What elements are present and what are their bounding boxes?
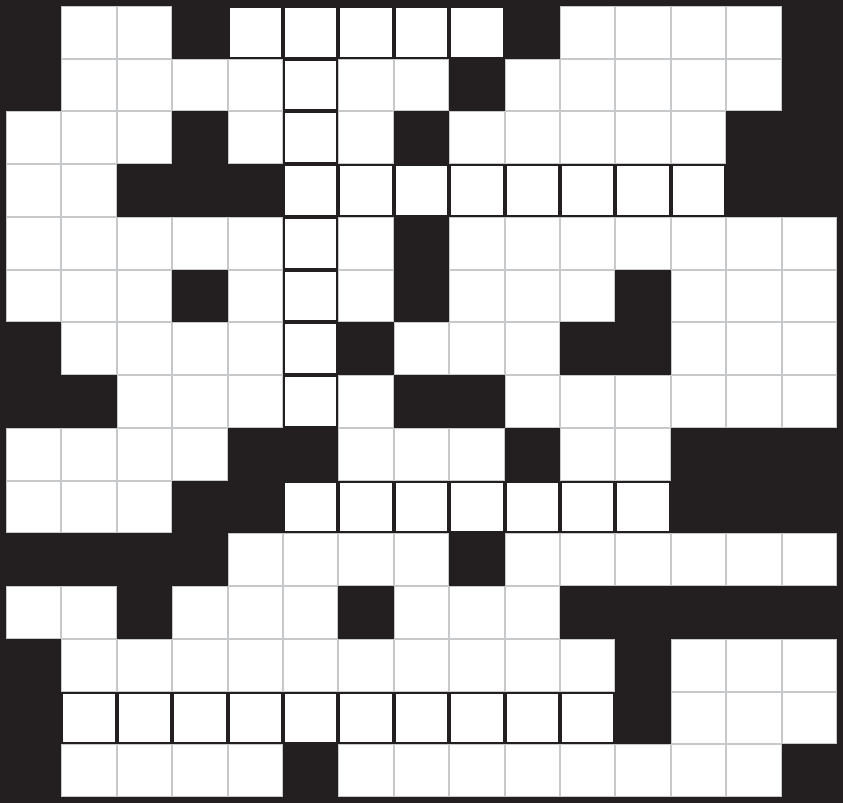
white-cell-r4c12[interactable] bbox=[615, 164, 670, 217]
white-cell-r9c1[interactable] bbox=[6, 428, 61, 481]
white-cell-r2c10[interactable] bbox=[505, 59, 560, 112]
white-cell-r11c11[interactable] bbox=[560, 533, 615, 586]
white-cell-r4c10[interactable] bbox=[505, 164, 560, 217]
white-cell-r3c10[interactable] bbox=[505, 111, 560, 164]
white-cell-r12c10[interactable] bbox=[505, 586, 560, 639]
white-cell-r7c13[interactable] bbox=[671, 322, 726, 375]
white-cell-r8c15[interactable] bbox=[782, 375, 837, 428]
black-cell-r4c3 bbox=[117, 164, 172, 217]
black-cell-r7c1 bbox=[6, 322, 61, 375]
black-cell-r3c14 bbox=[726, 111, 781, 164]
white-cell-r8c5[interactable] bbox=[228, 375, 283, 428]
black-cell-r9c10 bbox=[505, 428, 560, 481]
white-cell-r3c5[interactable] bbox=[228, 111, 283, 164]
white-cell-r9c3[interactable] bbox=[117, 428, 172, 481]
black-cell-r4c15 bbox=[782, 164, 837, 217]
white-cell-r7c9[interactable] bbox=[449, 322, 504, 375]
white-cell-r6c11[interactable] bbox=[560, 270, 615, 323]
white-cell-r13c8[interactable] bbox=[394, 639, 449, 692]
white-cell-r13c13[interactable] bbox=[671, 639, 726, 692]
black-cell-r3c15 bbox=[782, 111, 837, 164]
white-cell-r5c14[interactable] bbox=[726, 217, 781, 270]
white-cell-r5c7[interactable] bbox=[338, 217, 393, 270]
white-cell-r4c1[interactable] bbox=[6, 164, 61, 217]
black-cell-r14c12 bbox=[615, 692, 670, 745]
white-cell-r12c9[interactable] bbox=[449, 586, 504, 639]
white-cell-r11c5[interactable] bbox=[228, 533, 283, 586]
white-cell-r8c11[interactable] bbox=[560, 375, 615, 428]
white-cell-r14c2[interactable] bbox=[61, 692, 116, 745]
white-cell-r1c11[interactable] bbox=[560, 6, 615, 59]
white-cell-r8c3[interactable] bbox=[117, 375, 172, 428]
black-cell-r8c8 bbox=[394, 375, 449, 428]
white-cell-r11c6[interactable] bbox=[283, 533, 338, 586]
white-cell-r1c2[interactable] bbox=[61, 6, 116, 59]
white-cell-r6c14[interactable] bbox=[726, 270, 781, 323]
white-cell-r10c12[interactable] bbox=[615, 481, 670, 534]
white-cell-r9c12[interactable] bbox=[615, 428, 670, 481]
white-cell-r5c10[interactable] bbox=[505, 217, 560, 270]
white-cell-r8c14[interactable] bbox=[726, 375, 781, 428]
white-cell-r3c6[interactable] bbox=[283, 111, 338, 164]
white-cell-r14c5[interactable] bbox=[228, 692, 283, 745]
white-cell-r6c6[interactable] bbox=[283, 270, 338, 323]
white-cell-r7c2[interactable] bbox=[61, 322, 116, 375]
white-cell-r10c11[interactable] bbox=[560, 481, 615, 534]
white-cell-r15c12[interactable] bbox=[615, 744, 670, 797]
white-cell-r1c9[interactable] bbox=[449, 6, 504, 59]
white-cell-r14c15[interactable] bbox=[782, 692, 837, 745]
white-cell-r1c3[interactable] bbox=[117, 6, 172, 59]
white-cell-r14c13[interactable] bbox=[671, 692, 726, 745]
white-cell-r3c1[interactable] bbox=[6, 111, 61, 164]
white-cell-r2c11[interactable] bbox=[560, 59, 615, 112]
white-cell-r14c3[interactable] bbox=[117, 692, 172, 745]
black-cell-r10c5 bbox=[228, 481, 283, 534]
white-cell-r11c7[interactable] bbox=[338, 533, 393, 586]
white-cell-r13c3[interactable] bbox=[117, 639, 172, 692]
white-cell-r6c3[interactable] bbox=[117, 270, 172, 323]
white-cell-r15c11[interactable] bbox=[560, 744, 615, 797]
white-cell-r12c8[interactable] bbox=[394, 586, 449, 639]
white-cell-r15c3[interactable] bbox=[117, 744, 172, 797]
white-cell-r6c1[interactable] bbox=[6, 270, 61, 323]
white-cell-r9c8[interactable] bbox=[394, 428, 449, 481]
white-cell-r6c15[interactable] bbox=[782, 270, 837, 323]
white-cell-r15c9[interactable] bbox=[449, 744, 504, 797]
white-cell-r3c9[interactable] bbox=[449, 111, 504, 164]
white-cell-r4c11[interactable] bbox=[560, 164, 615, 217]
white-cell-r15c4[interactable] bbox=[172, 744, 227, 797]
white-cell-r5c5[interactable] bbox=[228, 217, 283, 270]
white-cell-r14c4[interactable] bbox=[172, 692, 227, 745]
white-cell-r13c14[interactable] bbox=[726, 639, 781, 692]
black-cell-r10c15 bbox=[782, 481, 837, 534]
white-cell-r1c12[interactable] bbox=[615, 6, 670, 59]
white-cell-r10c3[interactable] bbox=[117, 481, 172, 534]
black-cell-r7c7 bbox=[338, 322, 393, 375]
black-cell-r3c4 bbox=[172, 111, 227, 164]
white-cell-r4c7[interactable] bbox=[338, 164, 393, 217]
white-cell-r8c10[interactable] bbox=[505, 375, 560, 428]
white-cell-r11c8[interactable] bbox=[394, 533, 449, 586]
black-cell-r7c11 bbox=[560, 322, 615, 375]
black-cell-r5c8 bbox=[394, 217, 449, 270]
white-cell-r11c12[interactable] bbox=[615, 533, 670, 586]
white-cell-r7c14[interactable] bbox=[726, 322, 781, 375]
white-cell-r14c10[interactable] bbox=[505, 692, 560, 745]
white-cell-r5c15[interactable] bbox=[782, 217, 837, 270]
black-cell-r1c10 bbox=[505, 6, 560, 59]
black-cell-r3c8 bbox=[394, 111, 449, 164]
white-cell-r3c11[interactable] bbox=[560, 111, 615, 164]
black-cell-r4c4 bbox=[172, 164, 227, 217]
black-cell-r8c1 bbox=[6, 375, 61, 428]
white-cell-r1c8[interactable] bbox=[394, 6, 449, 59]
white-cell-r5c1[interactable] bbox=[6, 217, 61, 270]
white-cell-r15c8[interactable] bbox=[394, 744, 449, 797]
black-cell-r4c5 bbox=[228, 164, 283, 217]
white-cell-r2c2[interactable] bbox=[61, 59, 116, 112]
white-cell-r15c2[interactable] bbox=[61, 744, 116, 797]
white-cell-r10c7[interactable] bbox=[338, 481, 393, 534]
white-cell-r3c3[interactable] bbox=[117, 111, 172, 164]
white-cell-r7c3[interactable] bbox=[117, 322, 172, 375]
white-cell-r14c8[interactable] bbox=[394, 692, 449, 745]
white-cell-r5c12[interactable] bbox=[615, 217, 670, 270]
white-cell-r7c10[interactable] bbox=[505, 322, 560, 375]
white-cell-r6c5[interactable] bbox=[228, 270, 283, 323]
black-cell-r7c12 bbox=[615, 322, 670, 375]
white-cell-r4c6[interactable] bbox=[283, 164, 338, 217]
black-cell-r11c1 bbox=[6, 533, 61, 586]
white-cell-r9c4[interactable] bbox=[172, 428, 227, 481]
black-cell-r11c2 bbox=[61, 533, 116, 586]
white-cell-r4c8[interactable] bbox=[394, 164, 449, 217]
white-cell-r13c9[interactable] bbox=[449, 639, 504, 692]
white-cell-r14c11[interactable] bbox=[560, 692, 615, 745]
black-cell-r12c14 bbox=[726, 586, 781, 639]
white-cell-r8c6[interactable] bbox=[283, 375, 338, 428]
white-cell-r6c7[interactable] bbox=[338, 270, 393, 323]
white-cell-r9c7[interactable] bbox=[338, 428, 393, 481]
white-cell-r13c11[interactable] bbox=[560, 639, 615, 692]
white-cell-r14c14[interactable] bbox=[726, 692, 781, 745]
black-cell-r9c15 bbox=[782, 428, 837, 481]
black-cell-r11c4 bbox=[172, 533, 227, 586]
black-cell-r1c4 bbox=[172, 6, 227, 59]
black-cell-r6c12 bbox=[615, 270, 670, 323]
white-cell-r10c1[interactable] bbox=[6, 481, 61, 534]
white-cell-r6c9[interactable] bbox=[449, 270, 504, 323]
white-cell-r2c8[interactable] bbox=[394, 59, 449, 112]
white-cell-r6c13[interactable] bbox=[671, 270, 726, 323]
white-cell-r7c15[interactable] bbox=[782, 322, 837, 375]
black-cell-r15c6 bbox=[283, 744, 338, 797]
white-cell-r8c13[interactable] bbox=[671, 375, 726, 428]
white-cell-r15c14[interactable] bbox=[726, 744, 781, 797]
white-cell-r5c9[interactable] bbox=[449, 217, 504, 270]
white-cell-r3c12[interactable] bbox=[615, 111, 670, 164]
white-cell-r10c8[interactable] bbox=[394, 481, 449, 534]
black-cell-r12c12 bbox=[615, 586, 670, 639]
black-cell-r8c2 bbox=[61, 375, 116, 428]
white-cell-r7c5[interactable] bbox=[228, 322, 283, 375]
white-cell-r2c13[interactable] bbox=[671, 59, 726, 112]
white-cell-r11c15[interactable] bbox=[782, 533, 837, 586]
white-cell-r4c13[interactable] bbox=[671, 164, 726, 217]
black-cell-r11c9 bbox=[449, 533, 504, 586]
black-cell-r2c1 bbox=[6, 59, 61, 112]
white-cell-r9c2[interactable] bbox=[61, 428, 116, 481]
white-cell-r13c15[interactable] bbox=[782, 639, 837, 692]
black-cell-r9c5 bbox=[228, 428, 283, 481]
white-cell-r6c2[interactable] bbox=[61, 270, 116, 323]
white-cell-r7c6[interactable] bbox=[283, 322, 338, 375]
white-cell-r5c3[interactable] bbox=[117, 217, 172, 270]
black-cell-r1c1 bbox=[6, 6, 61, 59]
white-cell-r11c14[interactable] bbox=[726, 533, 781, 586]
white-cell-r1c14[interactable] bbox=[726, 6, 781, 59]
black-cell-r12c13 bbox=[671, 586, 726, 639]
black-cell-r13c12 bbox=[615, 639, 670, 692]
black-cell-r10c14 bbox=[726, 481, 781, 534]
white-cell-r1c13[interactable] bbox=[671, 6, 726, 59]
white-cell-r2c7[interactable] bbox=[338, 59, 393, 112]
black-cell-r6c4 bbox=[172, 270, 227, 323]
white-cell-r2c4[interactable] bbox=[172, 59, 227, 112]
white-cell-r14c7[interactable] bbox=[338, 692, 393, 745]
white-cell-r13c7[interactable] bbox=[338, 639, 393, 692]
white-cell-r10c6[interactable] bbox=[283, 481, 338, 534]
white-cell-r9c9[interactable] bbox=[449, 428, 504, 481]
white-cell-r12c4[interactable] bbox=[172, 586, 227, 639]
white-cell-r14c6[interactable] bbox=[283, 692, 338, 745]
white-cell-r13c5[interactable] bbox=[228, 639, 283, 692]
white-cell-r10c2[interactable] bbox=[61, 481, 116, 534]
white-cell-r8c7[interactable] bbox=[338, 375, 393, 428]
white-cell-r1c6[interactable] bbox=[283, 6, 338, 59]
white-cell-r8c4[interactable] bbox=[172, 375, 227, 428]
white-cell-r14c9[interactable] bbox=[449, 692, 504, 745]
black-cell-r9c13 bbox=[671, 428, 726, 481]
white-cell-r11c10[interactable] bbox=[505, 533, 560, 586]
white-cell-r12c5[interactable] bbox=[228, 586, 283, 639]
white-cell-r5c4[interactable] bbox=[172, 217, 227, 270]
black-cell-r12c11 bbox=[560, 586, 615, 639]
white-cell-r10c10[interactable] bbox=[505, 481, 560, 534]
white-cell-r15c10[interactable] bbox=[505, 744, 560, 797]
white-cell-r9c11[interactable] bbox=[560, 428, 615, 481]
black-cell-r1c15 bbox=[782, 6, 837, 59]
white-cell-r3c7[interactable] bbox=[338, 111, 393, 164]
white-cell-r2c6[interactable] bbox=[283, 59, 338, 112]
white-cell-r2c14[interactable] bbox=[726, 59, 781, 112]
black-cell-r2c9 bbox=[449, 59, 504, 112]
white-cell-r5c13[interactable] bbox=[671, 217, 726, 270]
black-cell-r15c1 bbox=[6, 744, 61, 797]
crossword-grid bbox=[0, 0, 843, 803]
black-cell-r10c13 bbox=[671, 481, 726, 534]
white-cell-r13c2[interactable] bbox=[61, 639, 116, 692]
white-cell-r3c13[interactable] bbox=[671, 111, 726, 164]
white-cell-r2c5[interactable] bbox=[228, 59, 283, 112]
black-cell-r12c3 bbox=[117, 586, 172, 639]
white-cell-r7c4[interactable] bbox=[172, 322, 227, 375]
black-cell-r15c15 bbox=[782, 744, 837, 797]
black-cell-r10c4 bbox=[172, 481, 227, 534]
white-cell-r2c12[interactable] bbox=[615, 59, 670, 112]
black-cell-r8c9 bbox=[449, 375, 504, 428]
white-cell-r11c13[interactable] bbox=[671, 533, 726, 586]
white-cell-r15c5[interactable] bbox=[228, 744, 283, 797]
white-cell-r4c2[interactable] bbox=[61, 164, 116, 217]
black-cell-r9c6 bbox=[283, 428, 338, 481]
black-cell-r14c1 bbox=[6, 692, 61, 745]
white-cell-r8c12[interactable] bbox=[615, 375, 670, 428]
white-cell-r12c2[interactable] bbox=[61, 586, 116, 639]
white-cell-r15c13[interactable] bbox=[671, 744, 726, 797]
white-cell-r13c4[interactable] bbox=[172, 639, 227, 692]
white-cell-r7c8[interactable] bbox=[394, 322, 449, 375]
white-cell-r2c3[interactable] bbox=[117, 59, 172, 112]
black-cell-r6c8 bbox=[394, 270, 449, 323]
white-cell-r1c5[interactable] bbox=[228, 6, 283, 59]
black-cell-r4c14 bbox=[726, 164, 781, 217]
white-cell-r5c6[interactable] bbox=[283, 217, 338, 270]
white-cell-r5c2[interactable] bbox=[61, 217, 116, 270]
black-cell-r12c15 bbox=[782, 586, 837, 639]
black-cell-r9c14 bbox=[726, 428, 781, 481]
white-cell-r13c6[interactable] bbox=[283, 639, 338, 692]
white-cell-r13c10[interactable] bbox=[505, 639, 560, 692]
white-cell-r5c11[interactable] bbox=[560, 217, 615, 270]
white-cell-r1c7[interactable] bbox=[338, 6, 393, 59]
white-cell-r15c7[interactable] bbox=[338, 744, 393, 797]
white-cell-r3c2[interactable] bbox=[61, 111, 116, 164]
black-cell-r11c3 bbox=[117, 533, 172, 586]
white-cell-r10c9[interactable] bbox=[449, 481, 504, 534]
white-cell-r4c9[interactable] bbox=[449, 164, 504, 217]
white-cell-r12c1[interactable] bbox=[6, 586, 61, 639]
white-cell-r6c10[interactable] bbox=[505, 270, 560, 323]
black-cell-r13c1 bbox=[6, 639, 61, 692]
black-cell-r2c15 bbox=[782, 59, 837, 112]
white-cell-r12c6[interactable] bbox=[283, 586, 338, 639]
black-cell-r12c7 bbox=[338, 586, 393, 639]
